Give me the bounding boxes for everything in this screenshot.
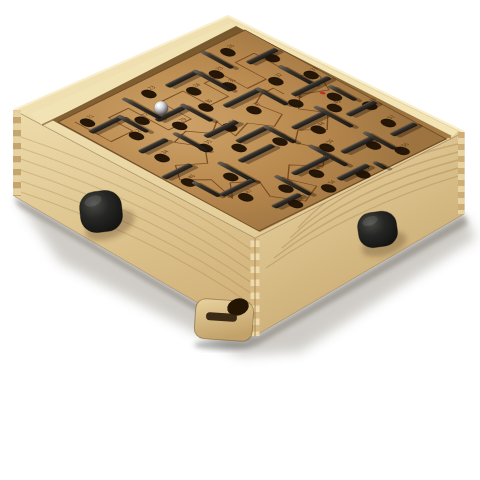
- labyrinth-game-photo: 2122232425262728293031323334353637383940…: [0, 0, 480, 480]
- scene: 2122232425262728293031323334353637383940…: [0, 0, 480, 480]
- left-tilt-knob[interactable]: [78, 189, 124, 234]
- ball-specular: [157, 104, 160, 107]
- finger-joints-left-edge: [13, 110, 21, 196]
- finger-joints-right-edge: [458, 132, 465, 214]
- chute-shadow: [194, 340, 254, 350]
- ball-exit-chute: [194, 296, 255, 350]
- steel-ball: [154, 101, 168, 115]
